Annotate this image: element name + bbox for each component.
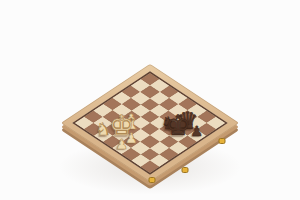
product-photo-scene: ♞♚♝♟♟♞♚♛♟ bbox=[0, 0, 300, 200]
board-playing-area bbox=[72, 71, 228, 174]
chess-grid-8x8 bbox=[75, 73, 225, 173]
brass-clasp-2 bbox=[182, 167, 189, 173]
chess-board bbox=[61, 64, 239, 182]
